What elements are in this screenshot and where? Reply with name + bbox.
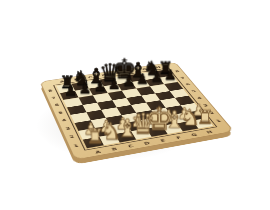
piece-white-rook-a1[interactable]: ♜ bbox=[75, 126, 115, 146]
product-photo-stage: ABCDEFGH ABCDEFGH 87654321 87654321 ♜♞♝♛… bbox=[0, 0, 270, 210]
piece-black-pawn-a7[interactable]: ♟ bbox=[53, 84, 88, 99]
square-a1[interactable]: ♜ bbox=[83, 137, 104, 149]
